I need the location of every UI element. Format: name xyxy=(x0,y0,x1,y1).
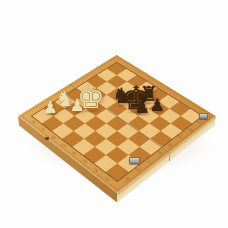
square-b2 xyxy=(106,147,129,164)
right-edge-clasp xyxy=(199,113,208,119)
front-seam-notch xyxy=(169,152,170,162)
square-e2 xyxy=(139,123,161,138)
square-g1 xyxy=(171,116,192,131)
chessboard-grid xyxy=(32,63,202,181)
rank-coordinate-labels: 87654321 xyxy=(26,117,116,186)
white-king: ♚ xyxy=(77,82,105,113)
chess-set-product-photo[interactable]: abcdefgh 87654321 ♟♞♟♚♞♚♟♜♟ xyxy=(0,0,228,228)
perspective-scene: abcdefgh 87654321 xyxy=(0,0,228,228)
square-f2 xyxy=(149,116,170,131)
square-a5 xyxy=(62,131,84,147)
square-a4 xyxy=(73,139,95,155)
square-f1 xyxy=(161,123,183,138)
square-b6 xyxy=(63,116,84,131)
square-d3 xyxy=(117,123,139,138)
square-e1 xyxy=(150,131,172,147)
square-a7 xyxy=(42,116,63,131)
square-b4 xyxy=(84,131,106,147)
square-a6 xyxy=(52,123,74,138)
square-c5 xyxy=(85,116,106,131)
left-edge-latch xyxy=(45,137,49,140)
square-b5 xyxy=(74,123,96,138)
square-e3 xyxy=(128,116,149,131)
square-d4 xyxy=(106,116,127,131)
square-c2 xyxy=(117,139,139,155)
square-a3 xyxy=(83,147,106,164)
board-frame: abcdefgh 87654321 xyxy=(18,55,216,193)
square-a2 xyxy=(94,155,117,172)
square-a1 xyxy=(106,163,129,181)
square-b3 xyxy=(95,139,117,155)
folding-chessboard: abcdefgh 87654321 xyxy=(18,55,216,193)
file-coordinate-labels: abcdefgh xyxy=(119,117,208,186)
square-c3 xyxy=(106,131,128,147)
square-d1 xyxy=(139,139,161,155)
black-pawn-right: ♟ xyxy=(149,97,164,114)
square-c4 xyxy=(95,123,117,138)
square-d2 xyxy=(128,131,150,147)
front-hinge-clasp xyxy=(129,157,140,164)
